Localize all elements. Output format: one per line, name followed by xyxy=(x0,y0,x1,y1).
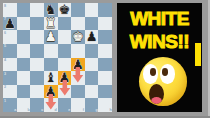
frame-bottom-edge xyxy=(0,116,210,118)
rank-label-1: 1 xyxy=(4,99,6,103)
square-f4[interactable]: ♟ xyxy=(71,58,85,72)
square-b8[interactable] xyxy=(17,3,31,17)
chess-board[interactable]: 8♞♚7♟♜6♟♚♟54♟3♝♟2♟1abcdefgh xyxy=(3,3,112,112)
emoji-mouth xyxy=(149,84,164,104)
piece-black-pawn-f4[interactable]: ♟ xyxy=(71,58,85,72)
rank-label-6: 6 xyxy=(4,31,6,35)
square-b2[interactable] xyxy=(17,85,31,99)
square-d8[interactable]: ♞ xyxy=(44,3,58,17)
square-a6[interactable]: 6 xyxy=(3,30,17,44)
emoji-tongue xyxy=(151,97,162,104)
square-g7[interactable] xyxy=(85,17,99,31)
square-g3[interactable] xyxy=(85,71,99,85)
title: WHITE WINS!! xyxy=(117,8,202,53)
piece-black-pawn-g6[interactable]: ♟ xyxy=(85,30,99,44)
emoji-left-eye xyxy=(143,64,158,84)
square-c2[interactable] xyxy=(30,85,44,99)
square-f5[interactable] xyxy=(71,44,85,58)
yellow-accent-bar xyxy=(195,43,201,66)
square-b1[interactable]: b xyxy=(17,98,31,112)
square-d1[interactable]: d xyxy=(44,98,58,112)
square-h2[interactable] xyxy=(98,85,112,99)
title-line-1: WHITE xyxy=(117,8,202,31)
square-e8[interactable]: ♚ xyxy=(58,3,72,17)
frame-right-edge xyxy=(208,0,210,118)
square-g6[interactable]: ♟ xyxy=(85,30,99,44)
square-b4[interactable] xyxy=(17,58,31,72)
square-f7[interactable] xyxy=(71,17,85,31)
thumbnail-panel: WHITE WINS!! xyxy=(117,3,202,112)
square-d3[interactable]: ♝ xyxy=(44,71,58,85)
piece-black-knight-d8[interactable]: ♞ xyxy=(44,3,58,17)
rank-label-2: 2 xyxy=(4,85,6,89)
emoji-right-eye xyxy=(160,64,175,84)
square-a1[interactable]: 1a xyxy=(3,98,17,112)
piece-black-king-e8[interactable]: ♚ xyxy=(58,3,72,17)
square-d4[interactable] xyxy=(44,58,58,72)
square-h8[interactable] xyxy=(98,3,112,17)
square-e5[interactable] xyxy=(58,44,72,58)
square-c6[interactable] xyxy=(30,30,44,44)
square-a4[interactable]: 4 xyxy=(3,58,17,72)
piece-black-bishop-d3[interactable]: ♝ xyxy=(44,71,58,85)
square-d5[interactable] xyxy=(44,44,58,58)
emoji-left-pupil xyxy=(150,68,157,76)
square-e7[interactable] xyxy=(58,17,72,31)
square-h5[interactable] xyxy=(98,44,112,58)
square-c4[interactable] xyxy=(30,58,44,72)
square-c3[interactable] xyxy=(30,71,44,85)
square-a3[interactable]: 3 xyxy=(3,71,17,85)
rank-label-8: 8 xyxy=(4,4,6,8)
square-a2[interactable]: 2 xyxy=(3,85,17,99)
square-a7[interactable]: 7♟ xyxy=(3,17,17,31)
shocked-face-emoji xyxy=(139,57,187,106)
square-e3[interactable]: ♟ xyxy=(58,71,72,85)
square-b6[interactable] xyxy=(17,30,31,44)
square-d6[interactable]: ♟ xyxy=(44,30,58,44)
square-f2[interactable] xyxy=(71,85,85,99)
square-b7[interactable] xyxy=(17,17,31,31)
piece-black-pawn-a7[interactable]: ♟ xyxy=(3,17,17,31)
rank-label-3: 3 xyxy=(4,72,6,76)
file-label-h: h xyxy=(109,108,111,112)
square-c8[interactable] xyxy=(30,3,44,17)
square-h3[interactable] xyxy=(98,71,112,85)
square-c5[interactable] xyxy=(30,44,44,58)
square-c1[interactable]: c xyxy=(30,98,44,112)
square-e1[interactable]: e xyxy=(58,98,72,112)
square-a8[interactable]: 8 xyxy=(3,3,17,17)
piece-white-rook-d7[interactable]: ♜ xyxy=(44,17,58,31)
square-g5[interactable] xyxy=(85,44,99,58)
square-e6[interactable] xyxy=(58,30,72,44)
square-b5[interactable] xyxy=(17,44,31,58)
piece-black-pawn-d2[interactable]: ♟ xyxy=(44,85,58,99)
square-f1[interactable]: f xyxy=(71,98,85,112)
square-g1[interactable]: g xyxy=(85,98,99,112)
rank-label-5: 5 xyxy=(4,44,6,48)
square-h1[interactable]: h xyxy=(98,98,112,112)
piece-white-pawn-d6[interactable]: ♟ xyxy=(44,30,58,44)
square-f8[interactable] xyxy=(71,3,85,17)
square-e4[interactable] xyxy=(58,58,72,72)
square-d7[interactable]: ♜ xyxy=(44,17,58,31)
square-f6[interactable]: ♚ xyxy=(71,30,85,44)
square-a5[interactable]: 5 xyxy=(3,44,17,58)
square-g2[interactable] xyxy=(85,85,99,99)
square-d2[interactable]: ♟ xyxy=(44,85,58,99)
square-h6[interactable] xyxy=(98,30,112,44)
rank-label-4: 4 xyxy=(4,58,6,62)
square-f3[interactable] xyxy=(71,71,85,85)
square-e2[interactable] xyxy=(58,85,72,99)
square-g4[interactable] xyxy=(85,58,99,72)
piece-white-king-f6[interactable]: ♚ xyxy=(71,30,85,44)
square-h4[interactable] xyxy=(98,58,112,72)
square-c7[interactable] xyxy=(30,17,44,31)
emoji-right-pupil xyxy=(162,68,169,76)
square-b3[interactable] xyxy=(17,71,31,85)
title-line-2: WINS!! xyxy=(117,31,202,54)
piece-black-pawn-e3[interactable]: ♟ xyxy=(58,71,72,85)
square-g8[interactable] xyxy=(85,3,99,17)
square-h7[interactable] xyxy=(98,17,112,31)
